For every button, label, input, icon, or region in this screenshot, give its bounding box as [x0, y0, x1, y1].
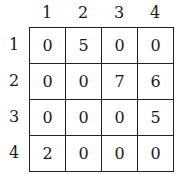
cell-r3c3: 0: [102, 100, 138, 136]
cell-r1c1: 0: [30, 28, 66, 64]
row-label-4: 4: [0, 135, 28, 171]
cell-r3c1: 0: [30, 100, 66, 136]
cell-r4c1: 2: [30, 136, 66, 172]
col-label-1: 1: [29, 0, 65, 26]
row-label-2: 2: [0, 63, 28, 99]
cell-r2c4: 6: [138, 64, 174, 100]
cell-r2c3: 7: [102, 64, 138, 100]
cell-r2c1: 0: [30, 64, 66, 100]
col-label-2: 2: [65, 0, 101, 26]
cell-r2c2: 0: [66, 64, 102, 100]
cell-r1c4: 0: [138, 28, 174, 64]
row-label-3: 3: [0, 99, 28, 135]
cell-r1c3: 0: [102, 28, 138, 64]
cell-r1c2: 5: [66, 28, 102, 64]
cell-r4c4: 0: [138, 136, 174, 172]
col-label-4: 4: [137, 0, 173, 26]
cell-r3c4: 5: [138, 100, 174, 136]
col-label-3: 3: [101, 0, 137, 26]
row-labels: 1 2 3 4: [0, 27, 28, 171]
matrix-diagram: 1 2 3 4 1 2 3 4 0 5 0 0 0 0 7 6 0 0 0 5 …: [0, 0, 181, 174]
cell-r4c3: 0: [102, 136, 138, 172]
column-labels: 1 2 3 4: [29, 0, 173, 26]
cell-r4c2: 0: [66, 136, 102, 172]
cell-r3c2: 0: [66, 100, 102, 136]
grid-board: 0 5 0 0 0 0 7 6 0 0 0 5 2 0 0 0: [29, 27, 174, 172]
row-label-1: 1: [0, 27, 28, 63]
